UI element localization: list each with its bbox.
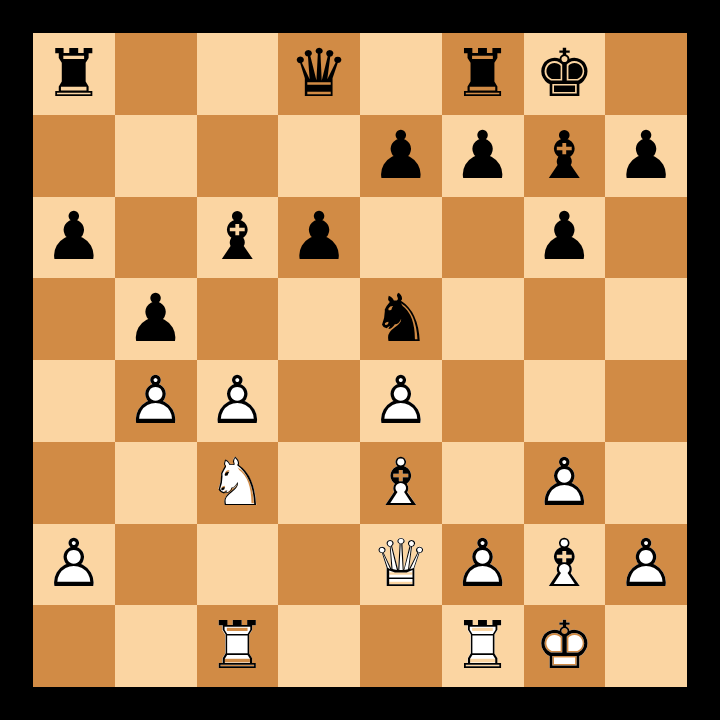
- page-background: ♜♛♜♚♟♟♝♟♟♝♟♟♟♞♟♙♟♙♟♙♞♘♝♗♟♙♟♙♛♕♟♙♝♗♟♙♜♖♜♖…: [0, 0, 720, 720]
- white-piece-outline: ♕: [360, 524, 442, 606]
- square-d5[interactable]: [278, 278, 360, 360]
- square-c8[interactable]: [197, 33, 279, 115]
- square-h7[interactable]: ♟: [605, 115, 687, 197]
- square-f3[interactable]: [442, 442, 524, 524]
- square-g2[interactable]: ♝♗: [524, 524, 606, 606]
- square-a5[interactable]: [33, 278, 115, 360]
- piece-white-pawn: ♟♙: [33, 524, 115, 606]
- square-h5[interactable]: [605, 278, 687, 360]
- piece-black-pawn: ♟: [605, 115, 687, 197]
- square-c6[interactable]: ♝: [197, 197, 279, 279]
- black-piece-body: ♟: [33, 197, 115, 279]
- square-a7[interactable]: [33, 115, 115, 197]
- white-piece-outline: ♙: [33, 524, 115, 606]
- white-piece-outline: ♗: [360, 442, 442, 524]
- white-piece-outline: ♙: [605, 524, 687, 606]
- square-f6[interactable]: [442, 197, 524, 279]
- white-piece-outline: ♙: [524, 442, 606, 524]
- piece-black-bishop: ♝: [197, 197, 279, 279]
- square-c7[interactable]: [197, 115, 279, 197]
- square-h6[interactable]: [605, 197, 687, 279]
- black-piece-body: ♟: [115, 278, 197, 360]
- square-b6[interactable]: [115, 197, 197, 279]
- piece-black-pawn: ♟: [115, 278, 197, 360]
- square-a4[interactable]: [33, 360, 115, 442]
- piece-black-pawn: ♟: [360, 115, 442, 197]
- black-piece-body: ♜: [33, 33, 115, 115]
- square-g8[interactable]: ♚: [524, 33, 606, 115]
- square-f5[interactable]: [442, 278, 524, 360]
- white-piece-outline: ♔: [524, 605, 606, 687]
- black-piece-body: ♛: [278, 33, 360, 115]
- square-e6[interactable]: [360, 197, 442, 279]
- square-b7[interactable]: [115, 115, 197, 197]
- piece-white-rook: ♜♖: [197, 605, 279, 687]
- square-b2[interactable]: [115, 524, 197, 606]
- black-piece-body: ♞: [360, 278, 442, 360]
- square-h2[interactable]: ♟♙: [605, 524, 687, 606]
- white-piece-outline: ♙: [360, 360, 442, 442]
- piece-black-king: ♚: [524, 33, 606, 115]
- piece-white-pawn: ♟♙: [360, 360, 442, 442]
- square-b8[interactable]: [115, 33, 197, 115]
- square-d1[interactable]: [278, 605, 360, 687]
- square-g6[interactable]: ♟: [524, 197, 606, 279]
- black-piece-body: ♚: [524, 33, 606, 115]
- white-piece-outline: ♗: [524, 524, 606, 606]
- square-h1[interactable]: [605, 605, 687, 687]
- piece-black-pawn: ♟: [33, 197, 115, 279]
- black-piece-body: ♟: [524, 197, 606, 279]
- piece-white-bishop: ♝♗: [360, 442, 442, 524]
- piece-black-rook: ♜: [442, 33, 524, 115]
- square-f8[interactable]: ♜: [442, 33, 524, 115]
- white-piece-outline: ♘: [197, 442, 279, 524]
- black-piece-body: ♝: [524, 115, 606, 197]
- square-d4[interactable]: [278, 360, 360, 442]
- piece-white-pawn: ♟♙: [197, 360, 279, 442]
- piece-black-knight: ♞: [360, 278, 442, 360]
- white-piece-outline: ♙: [442, 524, 524, 606]
- square-f1[interactable]: ♜♖: [442, 605, 524, 687]
- square-h8[interactable]: [605, 33, 687, 115]
- piece-black-pawn: ♟: [442, 115, 524, 197]
- black-piece-body: ♟: [605, 115, 687, 197]
- square-e1[interactable]: [360, 605, 442, 687]
- piece-black-pawn: ♟: [524, 197, 606, 279]
- square-g3[interactable]: ♟♙: [524, 442, 606, 524]
- square-h3[interactable]: [605, 442, 687, 524]
- square-c3[interactable]: ♞♘: [197, 442, 279, 524]
- square-a2[interactable]: ♟♙: [33, 524, 115, 606]
- square-a8[interactable]: ♜: [33, 33, 115, 115]
- piece-black-pawn: ♟: [278, 197, 360, 279]
- piece-black-rook: ♜: [33, 33, 115, 115]
- piece-white-pawn: ♟♙: [115, 360, 197, 442]
- square-b5[interactable]: ♟: [115, 278, 197, 360]
- piece-white-queen: ♛♕: [360, 524, 442, 606]
- piece-white-pawn: ♟♙: [605, 524, 687, 606]
- square-b4[interactable]: ♟♙: [115, 360, 197, 442]
- square-d2[interactable]: [278, 524, 360, 606]
- piece-white-rook: ♜♖: [442, 605, 524, 687]
- black-piece-body: ♜: [442, 33, 524, 115]
- white-piece-outline: ♖: [442, 605, 524, 687]
- square-g5[interactable]: [524, 278, 606, 360]
- square-f7[interactable]: ♟: [442, 115, 524, 197]
- piece-white-bishop: ♝♗: [524, 524, 606, 606]
- piece-black-bishop: ♝: [524, 115, 606, 197]
- square-a3[interactable]: [33, 442, 115, 524]
- black-piece-body: ♝: [197, 197, 279, 279]
- black-piece-body: ♟: [278, 197, 360, 279]
- square-c5[interactable]: [197, 278, 279, 360]
- piece-black-queen: ♛: [278, 33, 360, 115]
- square-f4[interactable]: [442, 360, 524, 442]
- square-f2[interactable]: ♟♙: [442, 524, 524, 606]
- piece-white-pawn: ♟♙: [442, 524, 524, 606]
- square-a6[interactable]: ♟: [33, 197, 115, 279]
- white-piece-outline: ♖: [197, 605, 279, 687]
- square-e3[interactable]: ♝♗: [360, 442, 442, 524]
- square-c4[interactable]: ♟♙: [197, 360, 279, 442]
- square-d6[interactable]: ♟: [278, 197, 360, 279]
- square-e2[interactable]: ♛♕: [360, 524, 442, 606]
- white-piece-outline: ♙: [115, 360, 197, 442]
- chess-board: ♜♛♜♚♟♟♝♟♟♝♟♟♟♞♟♙♟♙♟♙♞♘♝♗♟♙♟♙♛♕♟♙♝♗♟♙♜♖♜♖…: [33, 33, 687, 687]
- piece-white-pawn: ♟♙: [524, 442, 606, 524]
- square-d7[interactable]: [278, 115, 360, 197]
- square-d3[interactable]: [278, 442, 360, 524]
- square-e8[interactable]: [360, 33, 442, 115]
- square-b3[interactable]: [115, 442, 197, 524]
- square-a1[interactable]: [33, 605, 115, 687]
- white-piece-outline: ♙: [197, 360, 279, 442]
- square-g7[interactable]: ♝: [524, 115, 606, 197]
- square-h4[interactable]: [605, 360, 687, 442]
- square-d8[interactable]: ♛: [278, 33, 360, 115]
- square-c1[interactable]: ♜♖: [197, 605, 279, 687]
- piece-white-king: ♚♔: [524, 605, 606, 687]
- square-e4[interactable]: ♟♙: [360, 360, 442, 442]
- square-e7[interactable]: ♟: [360, 115, 442, 197]
- square-c2[interactable]: [197, 524, 279, 606]
- piece-white-knight: ♞♘: [197, 442, 279, 524]
- square-g1[interactable]: ♚♔: [524, 605, 606, 687]
- square-g4[interactable]: [524, 360, 606, 442]
- square-b1[interactable]: [115, 605, 197, 687]
- black-piece-body: ♟: [442, 115, 524, 197]
- square-e5[interactable]: ♞: [360, 278, 442, 360]
- black-piece-body: ♟: [360, 115, 442, 197]
